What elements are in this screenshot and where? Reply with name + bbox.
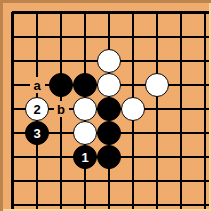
intersection-c3-r5: b bbox=[49, 97, 73, 121]
intersection-c7-r2 bbox=[145, 25, 169, 49]
intersection-c4-r3 bbox=[73, 49, 97, 73]
point-label-b: b bbox=[54, 101, 69, 117]
board-edge-highlight-right bbox=[209, 0, 211, 211]
intersection-c5-r6 bbox=[97, 121, 121, 145]
intersection-c4-r5 bbox=[73, 97, 97, 121]
intersection-c7-r7 bbox=[145, 145, 169, 169]
intersection-c1-r1 bbox=[1, 1, 25, 25]
board-edge-top bbox=[0, 0, 211, 3]
white-stone-move-2: 2 bbox=[25, 97, 49, 121]
intersection-c1-r8 bbox=[1, 169, 25, 193]
intersection-c6-r7 bbox=[121, 145, 145, 169]
intersection-c3-r6 bbox=[49, 121, 73, 145]
intersection-c6-r2 bbox=[121, 25, 145, 49]
intersection-c5-r8 bbox=[97, 169, 121, 193]
intersection-c4-r6 bbox=[73, 121, 97, 145]
white-stone bbox=[97, 49, 121, 73]
intersection-c4-r1 bbox=[73, 1, 97, 25]
intersection-c2-r3 bbox=[25, 49, 49, 73]
intersection-c2-r7 bbox=[25, 145, 49, 169]
intersection-c8-r8 bbox=[169, 169, 193, 193]
intersection-c6-r3 bbox=[121, 49, 145, 73]
point-label-a: a bbox=[30, 77, 45, 93]
intersection-c7-r1 bbox=[145, 1, 169, 25]
intersection-c7-r6 bbox=[145, 121, 169, 145]
intersection-c8-r5 bbox=[169, 97, 193, 121]
intersection-c7-r4 bbox=[145, 73, 169, 97]
board-edge-left bbox=[0, 0, 3, 211]
intersection-c3-r8 bbox=[49, 169, 73, 193]
intersection-c2-r8 bbox=[25, 169, 49, 193]
intersection-c2-r4: a bbox=[25, 73, 49, 97]
white-stone bbox=[121, 97, 145, 121]
board-edge-highlight-bottom bbox=[0, 209, 211, 211]
intersection-c8-r6 bbox=[169, 121, 193, 145]
intersection-c5-r1 bbox=[97, 1, 121, 25]
intersection-c7-r5 bbox=[145, 97, 169, 121]
intersection-c4-r8 bbox=[73, 169, 97, 193]
intersection-c6-r5 bbox=[121, 97, 145, 121]
intersection-c1-r7 bbox=[1, 145, 25, 169]
intersection-c8-r3 bbox=[169, 49, 193, 73]
intersection-c3-r1 bbox=[49, 1, 73, 25]
intersection-c1-r4 bbox=[1, 73, 25, 97]
black-stone bbox=[97, 97, 121, 121]
black-stone bbox=[49, 73, 73, 97]
intersection-c3-r7 bbox=[49, 145, 73, 169]
intersection-c7-r8 bbox=[145, 169, 169, 193]
intersection-c3-r3 bbox=[49, 49, 73, 73]
intersection-c1-r2 bbox=[1, 25, 25, 49]
intersection-c3-r4 bbox=[49, 73, 73, 97]
white-stone bbox=[97, 73, 121, 97]
intersection-c4-r7: 1 bbox=[73, 145, 97, 169]
white-stone bbox=[73, 97, 97, 121]
intersection-c5-r2 bbox=[97, 25, 121, 49]
intersection-c8-r2 bbox=[169, 25, 193, 49]
intersection-c4-r2 bbox=[73, 25, 97, 49]
intersection-c5-r4 bbox=[97, 73, 121, 97]
black-stone bbox=[97, 145, 121, 169]
intersection-c6-r1 bbox=[121, 1, 145, 25]
intersection-c6-r4 bbox=[121, 73, 145, 97]
intersection-c2-r5: 2 bbox=[25, 97, 49, 121]
white-stone bbox=[145, 73, 169, 97]
intersection-c1-r6 bbox=[1, 121, 25, 145]
black-stone bbox=[97, 121, 121, 145]
intersection-c5-r7 bbox=[97, 145, 121, 169]
white-stone bbox=[73, 121, 97, 145]
intersection-c1-r3 bbox=[1, 49, 25, 73]
go-board: a2b31 bbox=[1, 1, 211, 211]
intersection-c6-r6 bbox=[121, 121, 145, 145]
intersection-c5-r3 bbox=[97, 49, 121, 73]
black-stone bbox=[73, 73, 97, 97]
intersection-c6-r8 bbox=[121, 169, 145, 193]
intersection-c2-r6: 3 bbox=[25, 121, 49, 145]
intersection-c3-r2 bbox=[49, 25, 73, 49]
intersection-c4-r4 bbox=[73, 73, 97, 97]
intersection-c5-r5 bbox=[97, 97, 121, 121]
go-diagram: a2b31 bbox=[0, 0, 211, 211]
intersection-c7-r3 bbox=[145, 49, 169, 73]
intersection-c8-r7 bbox=[169, 145, 193, 169]
intersection-c2-r2 bbox=[25, 25, 49, 49]
intersection-c2-r1 bbox=[25, 1, 49, 25]
intersection-c1-r5 bbox=[1, 97, 25, 121]
black-stone-move-3: 3 bbox=[25, 121, 49, 145]
black-stone-move-1: 1 bbox=[73, 145, 97, 169]
intersection-c8-r1 bbox=[169, 1, 193, 25]
intersection-c8-r4 bbox=[169, 73, 193, 97]
